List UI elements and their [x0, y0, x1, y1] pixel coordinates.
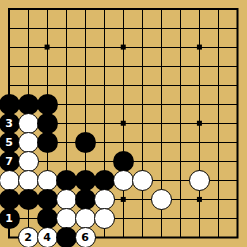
board-intersection[interactable]: [152, 0, 171, 19]
white-stone: [18, 132, 39, 153]
white-stone: [18, 170, 39, 191]
board-intersection[interactable]: [171, 228, 190, 247]
board-intersection[interactable]: [133, 171, 152, 190]
board-intersection[interactable]: [209, 76, 228, 95]
move-number: 2: [24, 232, 32, 243]
board-intersection[interactable]: [76, 57, 95, 76]
board-intersection[interactable]: [209, 57, 228, 76]
board-intersection[interactable]: [152, 114, 171, 133]
go-board-diagram: 3571246: [0, 0, 247, 247]
board-intersection[interactable]: [152, 228, 171, 247]
board-intersection[interactable]: [76, 190, 95, 209]
board-intersection[interactable]: [19, 114, 38, 133]
white-stone: 4: [37, 227, 58, 247]
black-stone: [75, 189, 96, 210]
board-intersection[interactable]: [57, 190, 76, 209]
board-intersection[interactable]: [95, 95, 114, 114]
board-intersection[interactable]: [76, 209, 95, 228]
board-intersection[interactable]: [209, 38, 228, 57]
board-intersection[interactable]: [171, 76, 190, 95]
board-intersection[interactable]: [152, 19, 171, 38]
white-stone: [56, 208, 77, 229]
board-intersection[interactable]: 6: [76, 228, 95, 247]
board-intersection[interactable]: [133, 57, 152, 76]
board-intersection[interactable]: [152, 152, 171, 171]
board-intersection[interactable]: [76, 152, 95, 171]
board-intersection[interactable]: [190, 57, 209, 76]
board-intersection[interactable]: [19, 38, 38, 57]
board-intersection[interactable]: [114, 171, 133, 190]
board-intersection[interactable]: [133, 190, 152, 209]
board-intersection[interactable]: [228, 19, 247, 38]
board-intersection[interactable]: [38, 152, 57, 171]
board-intersection[interactable]: [114, 0, 133, 19]
board-intersection[interactable]: [228, 38, 247, 57]
board-intersection[interactable]: [114, 95, 133, 114]
white-stone: [56, 189, 77, 210]
board-intersection[interactable]: [38, 133, 57, 152]
board-intersection[interactable]: [57, 133, 76, 152]
board-intersection[interactable]: [114, 209, 133, 228]
board-intersection[interactable]: [171, 133, 190, 152]
board-intersection[interactable]: [95, 76, 114, 95]
board-intersection[interactable]: [114, 38, 133, 57]
move-number: 4: [43, 232, 51, 243]
black-stone: [0, 94, 20, 115]
black-stone: 3: [0, 113, 20, 134]
board-intersection[interactable]: [152, 38, 171, 57]
black-stone: 7: [0, 151, 20, 172]
white-stone: [132, 170, 153, 191]
board-intersection[interactable]: [171, 95, 190, 114]
board-intersection[interactable]: [19, 209, 38, 228]
board-intersection[interactable]: [19, 190, 38, 209]
board-intersection[interactable]: [76, 38, 95, 57]
white-stone: [0, 170, 20, 191]
board-intersection[interactable]: [114, 190, 133, 209]
board-intersection[interactable]: [95, 57, 114, 76]
move-number: 5: [5, 137, 13, 148]
board-intersection[interactable]: [57, 95, 76, 114]
board-intersection[interactable]: [228, 57, 247, 76]
board-intersection[interactable]: [190, 190, 209, 209]
board-intersection[interactable]: [114, 133, 133, 152]
board-intersection[interactable]: [38, 76, 57, 95]
board-intersection[interactable]: [95, 19, 114, 38]
board-intersection[interactable]: [0, 19, 19, 38]
board-intersection[interactable]: [38, 114, 57, 133]
board-intersection[interactable]: [228, 114, 247, 133]
board-intersection[interactable]: 3: [0, 114, 19, 133]
board-intersection[interactable]: [171, 57, 190, 76]
black-stone: [94, 170, 115, 191]
white-stone: [94, 189, 115, 210]
board-intersection[interactable]: [190, 38, 209, 57]
black-stone: [0, 189, 20, 210]
white-stone: [18, 113, 39, 134]
board-intersection[interactable]: [38, 209, 57, 228]
board-intersection[interactable]: [57, 228, 76, 247]
board-intersection[interactable]: [133, 76, 152, 95]
board-intersection[interactable]: [0, 0, 19, 19]
board-intersection[interactable]: [133, 0, 152, 19]
white-stone: [113, 170, 134, 191]
board-intersection[interactable]: [114, 228, 133, 247]
board-intersection[interactable]: [95, 133, 114, 152]
board-intersection[interactable]: [171, 114, 190, 133]
white-stone: [75, 208, 96, 229]
board-intersection[interactable]: [190, 152, 209, 171]
board-intersection[interactable]: [57, 19, 76, 38]
board-intersection[interactable]: [95, 228, 114, 247]
board-intersection[interactable]: [228, 209, 247, 228]
board-intersection[interactable]: [95, 38, 114, 57]
board-intersection[interactable]: [19, 171, 38, 190]
board-intersection[interactable]: [38, 95, 57, 114]
board-intersection[interactable]: [76, 114, 95, 133]
board-intersection[interactable]: [209, 171, 228, 190]
board-intersection[interactable]: [228, 171, 247, 190]
board-intersection[interactable]: [190, 171, 209, 190]
board-intersection[interactable]: [228, 95, 247, 114]
white-stone: [189, 170, 210, 191]
board-intersection[interactable]: [38, 57, 57, 76]
board-intersection[interactable]: [76, 19, 95, 38]
board-intersection[interactable]: [190, 133, 209, 152]
board-intersection[interactable]: [57, 57, 76, 76]
board-intersection[interactable]: [209, 95, 228, 114]
board-intersection[interactable]: [209, 19, 228, 38]
board-intersection[interactable]: [38, 190, 57, 209]
board-intersection[interactable]: [38, 19, 57, 38]
board-intersection[interactable]: [57, 0, 76, 19]
board-intersection[interactable]: [95, 190, 114, 209]
board-intersection[interactable]: [133, 114, 152, 133]
board-intersection[interactable]: [19, 152, 38, 171]
board-intersection[interactable]: [57, 171, 76, 190]
board-intersection[interactable]: [57, 38, 76, 57]
black-stone: [37, 94, 58, 115]
black-stone: [37, 132, 58, 153]
move-number: 3: [5, 118, 13, 129]
white-stone: [37, 170, 58, 191]
board-intersection[interactable]: [209, 0, 228, 19]
board-intersection[interactable]: [19, 19, 38, 38]
board-intersection[interactable]: [152, 76, 171, 95]
board-intersection[interactable]: [190, 76, 209, 95]
board-intersection[interactable]: [0, 38, 19, 57]
black-stone: 1: [0, 208, 20, 229]
board-intersection[interactable]: [95, 152, 114, 171]
board-intersection[interactable]: [95, 114, 114, 133]
board-intersection[interactable]: [228, 133, 247, 152]
board-intersection[interactable]: 4: [38, 228, 57, 247]
board-intersection[interactable]: [114, 114, 133, 133]
board-intersection[interactable]: [0, 76, 19, 95]
board-intersection[interactable]: [133, 209, 152, 228]
board-intersection[interactable]: [152, 209, 171, 228]
board-intersection[interactable]: [19, 133, 38, 152]
board-intersection[interactable]: [228, 190, 247, 209]
board-intersection[interactable]: [57, 152, 76, 171]
board-intersection[interactable]: [95, 0, 114, 19]
board-intersection[interactable]: [133, 228, 152, 247]
board-intersection[interactable]: [209, 190, 228, 209]
board-intersection[interactable]: 7: [0, 152, 19, 171]
board-intersection[interactable]: [95, 209, 114, 228]
board-intersection[interactable]: [38, 171, 57, 190]
board-intersection[interactable]: [57, 76, 76, 95]
black-stone: [75, 132, 96, 153]
board-intersection[interactable]: [114, 57, 133, 76]
board-intersection[interactable]: [209, 228, 228, 247]
board-intersection[interactable]: [0, 171, 19, 190]
black-stone: [37, 189, 58, 210]
white-stone: [18, 151, 39, 172]
board-intersection[interactable]: [152, 171, 171, 190]
black-stone: [75, 170, 96, 191]
board-intersection[interactable]: [171, 190, 190, 209]
board-intersection[interactable]: [114, 19, 133, 38]
board-intersection[interactable]: [190, 209, 209, 228]
board-intersection[interactable]: [152, 57, 171, 76]
board-intersection[interactable]: [171, 38, 190, 57]
black-stone: [56, 170, 77, 191]
board-intersection[interactable]: [19, 95, 38, 114]
black-stone: [37, 208, 58, 229]
board-intersection[interactable]: [171, 209, 190, 228]
white-stone: [151, 189, 172, 210]
board-intersection[interactable]: [38, 0, 57, 19]
board-intersection[interactable]: [171, 19, 190, 38]
board-intersection[interactable]: 2: [19, 228, 38, 247]
board-intersection[interactable]: [19, 76, 38, 95]
board-intersection[interactable]: [152, 190, 171, 209]
board-intersection[interactable]: [209, 114, 228, 133]
board-intersection[interactable]: [0, 228, 19, 247]
board-intersection[interactable]: [228, 228, 247, 247]
board-intersection[interactable]: [190, 114, 209, 133]
board-intersection[interactable]: [228, 76, 247, 95]
board-intersection[interactable]: [57, 209, 76, 228]
board-intersection[interactable]: [76, 0, 95, 19]
board-intersection[interactable]: [76, 95, 95, 114]
white-stone: 2: [18, 227, 39, 247]
board-intersection[interactable]: 1: [0, 209, 19, 228]
board-intersection[interactable]: [76, 76, 95, 95]
board-intersection[interactable]: [133, 19, 152, 38]
board-intersection[interactable]: [57, 114, 76, 133]
move-number: 7: [5, 156, 13, 167]
black-stone: [113, 151, 134, 172]
board-intersection[interactable]: [190, 0, 209, 19]
board-intersection[interactable]: [190, 228, 209, 247]
board-intersection[interactable]: [0, 57, 19, 76]
board-intersection[interactable]: [95, 171, 114, 190]
board-intersection[interactable]: [171, 171, 190, 190]
board-intersection[interactable]: [228, 152, 247, 171]
white-stone: 6: [75, 227, 96, 247]
board-intersection[interactable]: [19, 0, 38, 19]
black-stone: [37, 113, 58, 134]
board-intersection[interactable]: [133, 133, 152, 152]
move-number: 1: [5, 213, 13, 224]
board-intersection[interactable]: [76, 133, 95, 152]
board-intersection[interactable]: [133, 38, 152, 57]
board-intersection[interactable]: [133, 95, 152, 114]
black-stone: [56, 227, 77, 247]
board-intersection[interactable]: [228, 0, 247, 19]
board-intersection[interactable]: [152, 133, 171, 152]
black-stone: [18, 189, 39, 210]
board-intersection[interactable]: [0, 190, 19, 209]
black-stone: 5: [0, 132, 20, 153]
board-intersection[interactable]: [209, 133, 228, 152]
board-intersection[interactable]: [190, 19, 209, 38]
board-intersection[interactable]: [0, 95, 19, 114]
go-board: 3571246: [0, 0, 247, 247]
move-number: 6: [81, 232, 89, 243]
board-intersection[interactable]: [209, 152, 228, 171]
board-intersection[interactable]: [114, 152, 133, 171]
board-intersection[interactable]: [19, 57, 38, 76]
board-intersection[interactable]: [133, 152, 152, 171]
board-intersection[interactable]: [171, 152, 190, 171]
board-intersection[interactable]: [76, 171, 95, 190]
white-stone: [94, 208, 115, 229]
board-intersection[interactable]: [190, 95, 209, 114]
board-intersection[interactable]: [114, 76, 133, 95]
board-intersection[interactable]: [209, 209, 228, 228]
board-intersection[interactable]: 5: [0, 133, 19, 152]
black-stone: [18, 94, 39, 115]
board-intersection[interactable]: [171, 0, 190, 19]
board-intersection[interactable]: [38, 38, 57, 57]
board-intersection[interactable]: [152, 95, 171, 114]
